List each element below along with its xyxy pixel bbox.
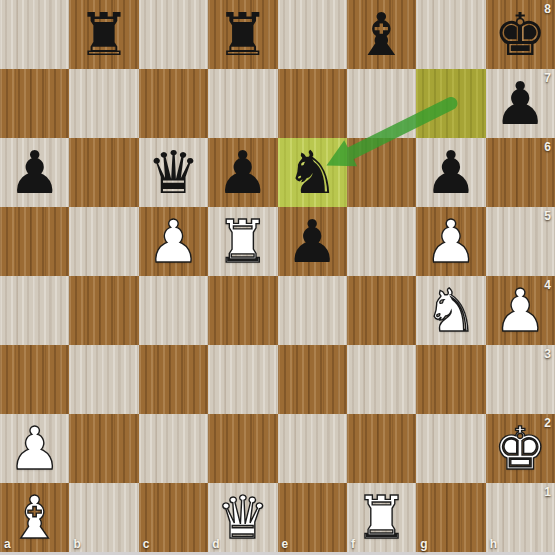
rank-label-3: 3: [544, 347, 551, 361]
rank-label-1: 1: [544, 485, 551, 499]
piece-black-bishop[interactable]: ♝︎: [347, 0, 416, 69]
piece-white-pawn[interactable]: ♟︎: [139, 207, 208, 276]
piece-white-rook[interactable]: ♜︎: [347, 483, 416, 552]
piece-white-pawn[interactable]: ♟︎: [416, 207, 485, 276]
square-g4[interactable]: ♞︎: [416, 276, 485, 345]
square-b7[interactable]: [69, 69, 138, 138]
piece-black-pawn[interactable]: ♟︎: [208, 138, 277, 207]
piece-black-queen[interactable]: ♛︎: [139, 138, 208, 207]
piece-black-pawn[interactable]: ♟︎: [486, 69, 555, 138]
square-a4[interactable]: [0, 276, 69, 345]
square-d7[interactable]: [208, 69, 277, 138]
piece-black-pawn[interactable]: ♟︎: [278, 207, 347, 276]
square-f8[interactable]: ♝︎: [347, 0, 416, 69]
square-e8[interactable]: [278, 0, 347, 69]
square-h3[interactable]: 3: [486, 345, 555, 414]
square-e4[interactable]: [278, 276, 347, 345]
square-a2[interactable]: ♟︎: [0, 414, 69, 483]
square-d2[interactable]: [208, 414, 277, 483]
square-c3[interactable]: [139, 345, 208, 414]
square-a3[interactable]: [0, 345, 69, 414]
square-h5[interactable]: 5: [486, 207, 555, 276]
square-f5[interactable]: [347, 207, 416, 276]
square-g3[interactable]: [416, 345, 485, 414]
square-e2[interactable]: [278, 414, 347, 483]
chess-board[interactable]: ♜︎♜︎♝︎8♚︎7♟︎♟︎♛︎♟︎♞︎♟︎6♟︎♜︎♟︎♟︎5♞︎4♟︎3♟︎…: [0, 0, 555, 552]
square-h1[interactable]: 1h: [486, 483, 555, 552]
piece-black-knight[interactable]: ♞︎: [278, 138, 347, 207]
square-g7[interactable]: [416, 69, 485, 138]
square-g5[interactable]: ♟︎: [416, 207, 485, 276]
square-h8[interactable]: 8♚︎: [486, 0, 555, 69]
square-c2[interactable]: [139, 414, 208, 483]
square-e6[interactable]: ♞︎: [278, 138, 347, 207]
square-b6[interactable]: [69, 138, 138, 207]
square-b8[interactable]: ♜︎: [69, 0, 138, 69]
square-d1[interactable]: d♛︎: [208, 483, 277, 552]
square-h7[interactable]: 7♟︎: [486, 69, 555, 138]
square-f4[interactable]: [347, 276, 416, 345]
square-d4[interactable]: [208, 276, 277, 345]
square-d8[interactable]: ♜︎: [208, 0, 277, 69]
file-label-c: c: [143, 537, 150, 551]
square-d6[interactable]: ♟︎: [208, 138, 277, 207]
square-e3[interactable]: [278, 345, 347, 414]
square-f2[interactable]: [347, 414, 416, 483]
piece-white-queen[interactable]: ♛︎: [208, 483, 277, 552]
piece-white-knight[interactable]: ♞︎: [416, 276, 485, 345]
square-d5[interactable]: ♜︎: [208, 207, 277, 276]
piece-white-bishop[interactable]: ♝︎: [0, 483, 69, 552]
square-h6[interactable]: 6: [486, 138, 555, 207]
piece-black-pawn[interactable]: ♟︎: [416, 138, 485, 207]
square-a6[interactable]: ♟︎: [0, 138, 69, 207]
board-area: ♜︎♜︎♝︎8♚︎7♟︎♟︎♛︎♟︎♞︎♟︎6♟︎♜︎♟︎♟︎5♞︎4♟︎3♟︎…: [0, 0, 555, 552]
rank-label-5: 5: [544, 209, 551, 223]
square-c6[interactable]: ♛︎: [139, 138, 208, 207]
piece-white-king[interactable]: ♚︎: [486, 414, 555, 483]
piece-black-rook[interactable]: ♜︎: [208, 0, 277, 69]
square-a8[interactable]: [0, 0, 69, 69]
piece-white-pawn[interactable]: ♟︎: [0, 414, 69, 483]
piece-black-rook[interactable]: ♜︎: [69, 0, 138, 69]
square-f1[interactable]: f♜︎: [347, 483, 416, 552]
square-g8[interactable]: [416, 0, 485, 69]
piece-black-king[interactable]: ♚︎: [486, 0, 555, 69]
square-a1[interactable]: a♝︎: [0, 483, 69, 552]
rank-label-6: 6: [544, 140, 551, 154]
square-e1[interactable]: e: [278, 483, 347, 552]
square-g6[interactable]: ♟︎: [416, 138, 485, 207]
file-label-b: b: [73, 537, 80, 551]
file-label-h: h: [490, 537, 497, 551]
square-b5[interactable]: [69, 207, 138, 276]
square-e5[interactable]: ♟︎: [278, 207, 347, 276]
square-c5[interactable]: ♟︎: [139, 207, 208, 276]
square-c1[interactable]: c: [139, 483, 208, 552]
square-h2[interactable]: 2♚︎: [486, 414, 555, 483]
piece-white-pawn[interactable]: ♟︎: [486, 276, 555, 345]
square-a7[interactable]: [0, 69, 69, 138]
square-h4[interactable]: 4♟︎: [486, 276, 555, 345]
file-label-e: e: [282, 537, 289, 551]
square-b2[interactable]: [69, 414, 138, 483]
square-f7[interactable]: [347, 69, 416, 138]
square-g2[interactable]: [416, 414, 485, 483]
square-c8[interactable]: [139, 0, 208, 69]
square-c7[interactable]: [139, 69, 208, 138]
square-a5[interactable]: [0, 207, 69, 276]
square-f6[interactable]: [347, 138, 416, 207]
square-b3[interactable]: [69, 345, 138, 414]
square-b1[interactable]: b: [69, 483, 138, 552]
piece-black-pawn[interactable]: ♟︎: [0, 138, 69, 207]
file-label-g: g: [420, 537, 427, 551]
square-b4[interactable]: [69, 276, 138, 345]
piece-white-rook[interactable]: ♜︎: [208, 207, 277, 276]
chess-app: ♜︎♜︎♝︎8♚︎7♟︎♟︎♛︎♟︎♞︎♟︎6♟︎♜︎♟︎♟︎5♞︎4♟︎3♟︎…: [0, 0, 555, 555]
square-c4[interactable]: [139, 276, 208, 345]
square-e7[interactable]: [278, 69, 347, 138]
square-g1[interactable]: g: [416, 483, 485, 552]
square-f3[interactable]: [347, 345, 416, 414]
square-d3[interactable]: [208, 345, 277, 414]
